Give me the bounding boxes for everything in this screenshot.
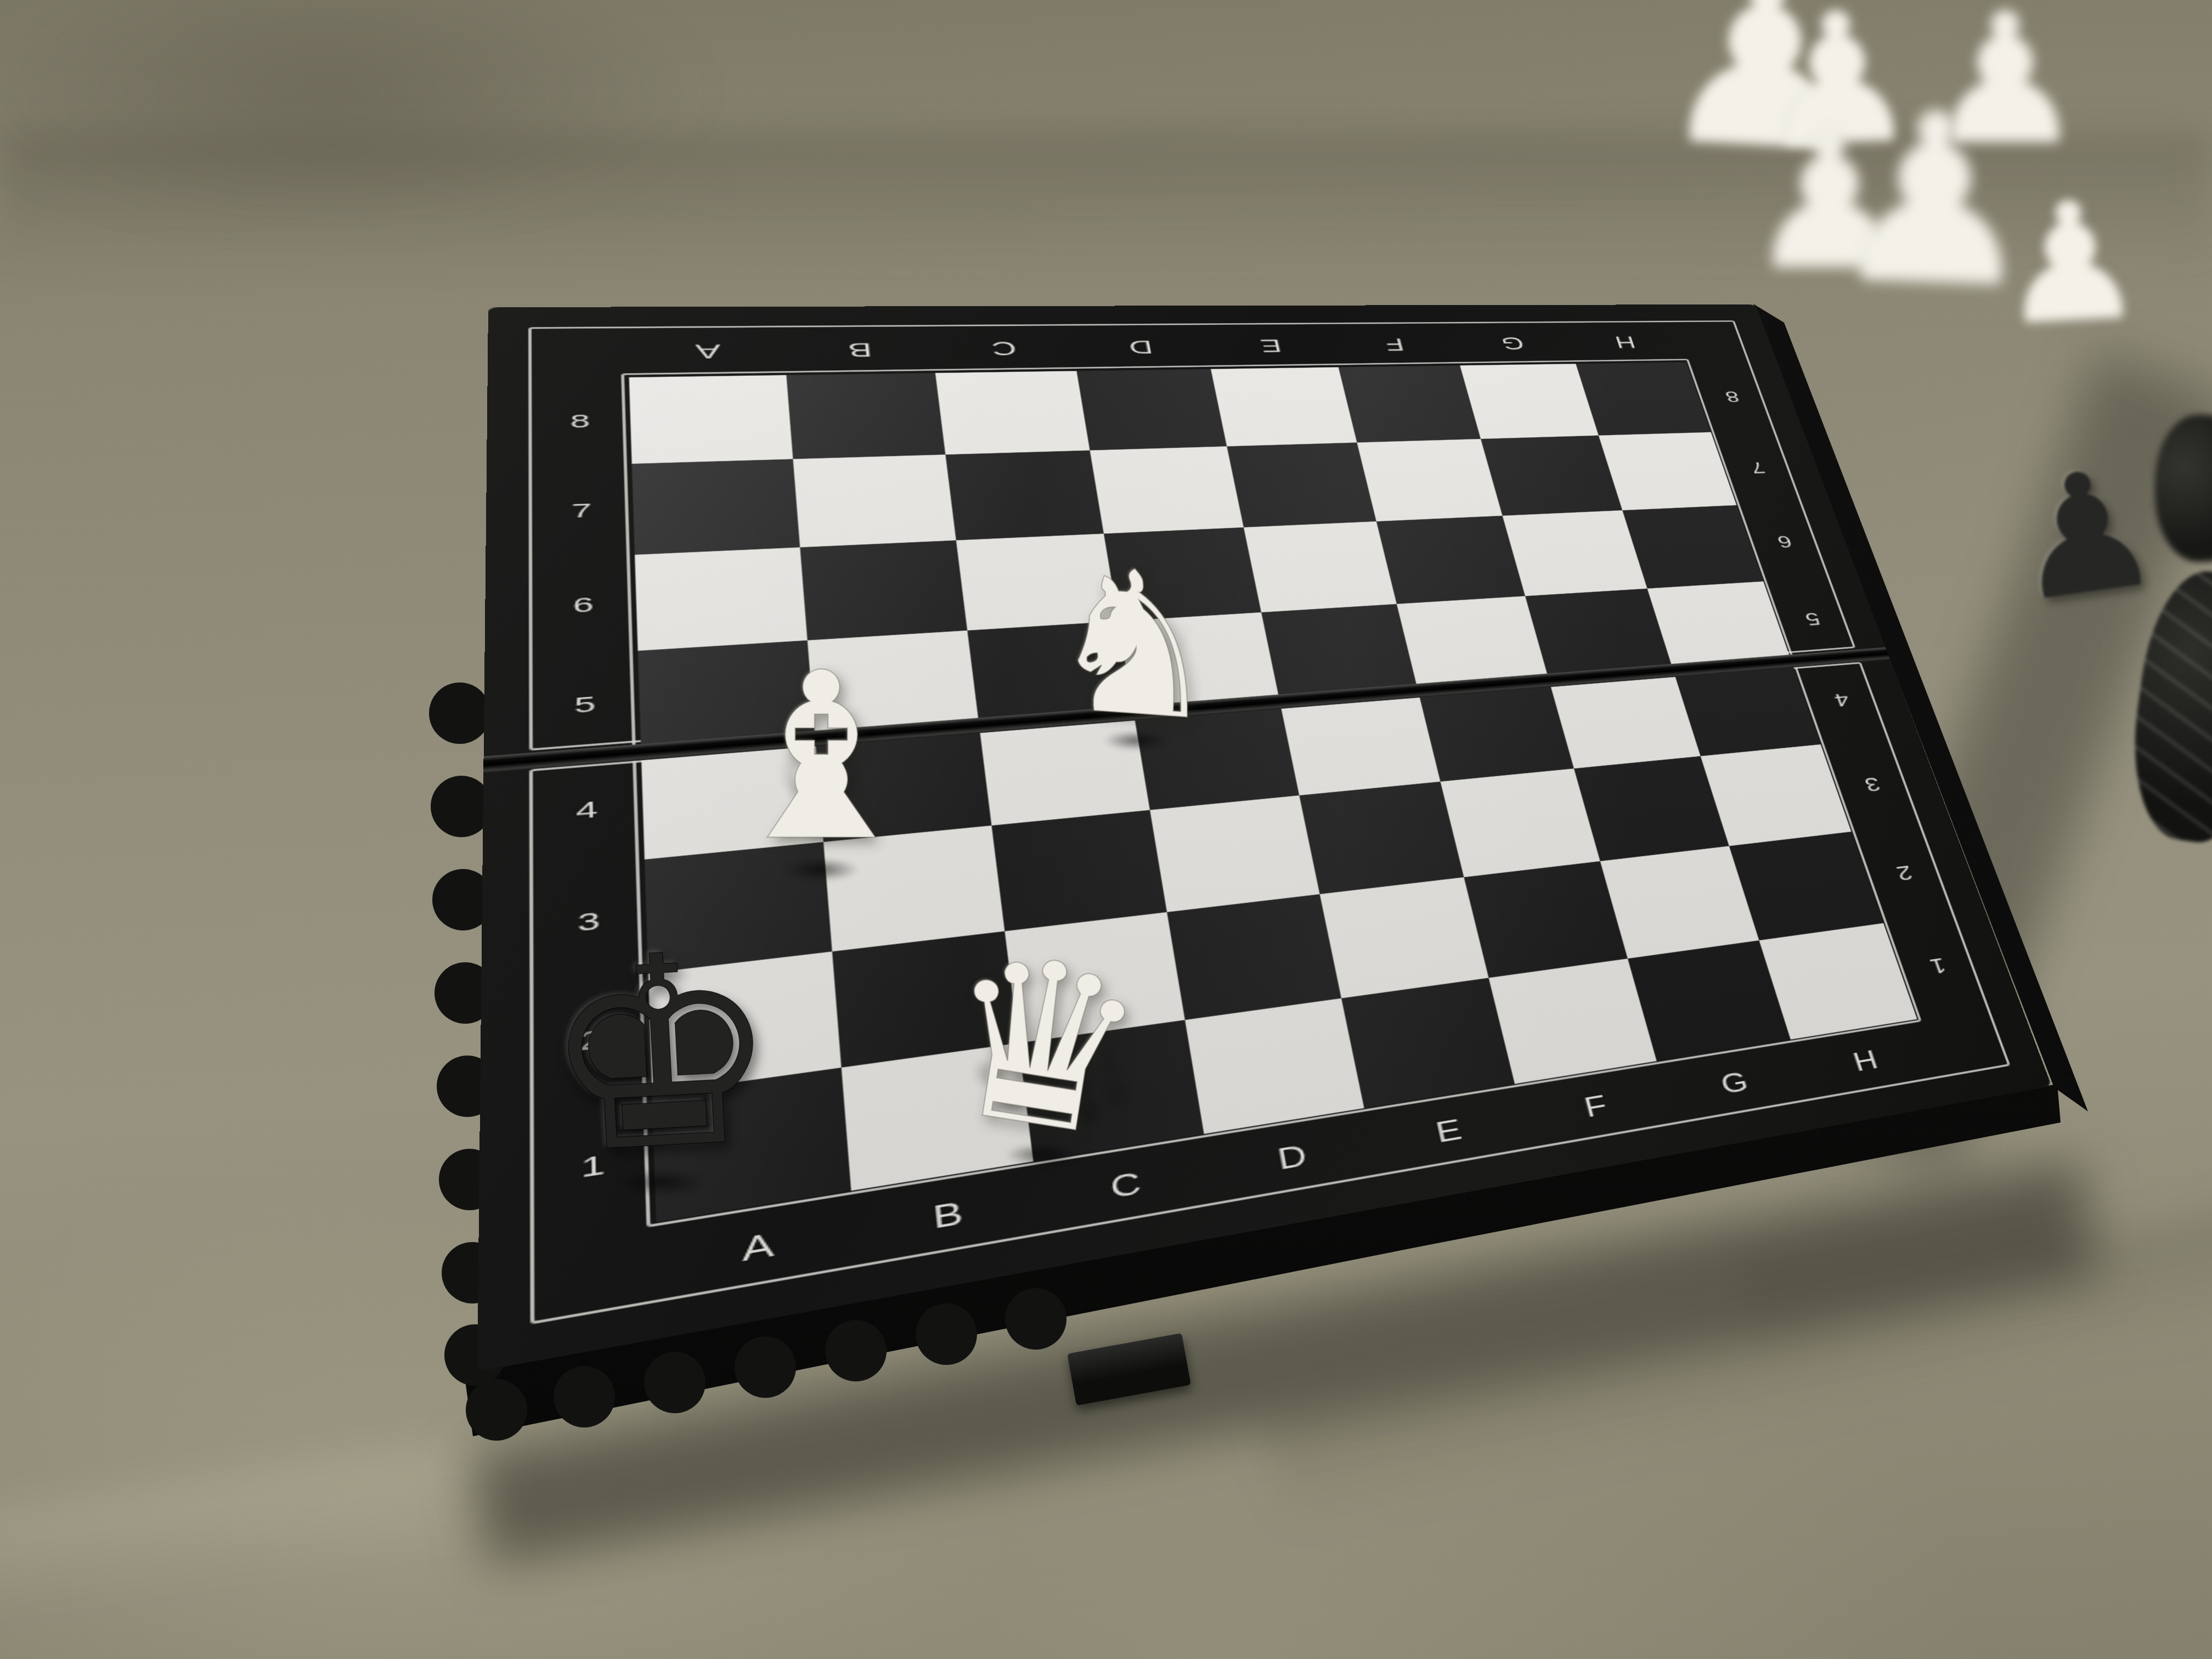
- file-label-top-h: H: [1612, 332, 1638, 352]
- rank-label-right-6: 6: [1774, 531, 1794, 551]
- photo-stage: AA88BB77CC66DD55EE44FF33GG22HH11 ♚♚♛♛♝♝♞…: [0, 0, 2212, 1659]
- square-f1[interactable]: [1489, 958, 1657, 1084]
- square-f8[interactable]: [1339, 365, 1481, 443]
- rim-bump: [825, 1320, 887, 1381]
- square-g8[interactable]: [1460, 364, 1599, 439]
- rank-label-left-8: 8: [570, 410, 590, 432]
- file-label-bottom-g: G: [1717, 1065, 1752, 1099]
- rank-label-right-2: 2: [1893, 860, 1915, 884]
- rank-label-right-4: 4: [1831, 688, 1852, 710]
- square-a7[interactable]: [632, 459, 800, 555]
- offboard-white-piece-6[interactable]: ♟: [1993, 177, 2149, 349]
- case-latch: [1067, 1333, 1191, 1406]
- square-b7[interactable]: [793, 455, 956, 548]
- file-label-bottom-a: A: [741, 1225, 775, 1268]
- piece-white-knight-d4[interactable]: ♞: [1040, 540, 1231, 750]
- file-label-top-f: F: [1383, 334, 1406, 354]
- rank-label-right-5: 5: [1802, 608, 1822, 629]
- file-label-top-e: E: [1257, 335, 1283, 356]
- file-label-top-d: D: [1126, 336, 1154, 358]
- rim-bump: [429, 682, 490, 744]
- square-d1[interactable]: [1185, 998, 1364, 1134]
- square-h8[interactable]: [1576, 362, 1711, 436]
- offboard-white-piece-5[interactable]: ♟: [1924, 0, 2086, 170]
- rank-label-right-8: 8: [1722, 387, 1741, 405]
- square-f7[interactable]: [1357, 439, 1502, 521]
- rank-label-left-4: 4: [575, 795, 598, 825]
- rank-label-left-7: 7: [571, 499, 592, 523]
- file-label-bottom-f: F: [1581, 1088, 1610, 1122]
- piece-white-queen-c1[interactable]: ♛: [925, 919, 1159, 1172]
- square-e5[interactable]: [1261, 604, 1418, 702]
- square-d2[interactable]: [1167, 894, 1341, 1020]
- square-e2[interactable]: [1320, 877, 1489, 998]
- square-f4[interactable]: [1418, 680, 1574, 782]
- rim-bump: [466, 1379, 527, 1441]
- square-e7[interactable]: [1227, 443, 1376, 528]
- square-e6[interactable]: [1244, 521, 1397, 612]
- rank-label-left-5: 5: [574, 691, 596, 719]
- rim-bump: [644, 1352, 706, 1413]
- file-label-top-g: G: [1498, 333, 1526, 353]
- piece-white-bishop-b3[interactable]: ♝: [718, 642, 925, 873]
- chess-board: AA88BB77CC66DD55EE44FF33GG22HH11: [477, 304, 2052, 1372]
- square-d7[interactable]: [1090, 447, 1244, 534]
- file-label-bottom-h: H: [1849, 1044, 1881, 1076]
- square-e8[interactable]: [1211, 367, 1357, 446]
- rank-label-left-6: 6: [572, 592, 594, 618]
- fabric-fold: [0, 0, 713, 230]
- square-g6[interactable]: [1503, 510, 1647, 596]
- square-g7[interactable]: [1481, 436, 1622, 516]
- square-e1[interactable]: [1341, 978, 1515, 1108]
- rim-bump: [1005, 1288, 1066, 1350]
- file-label-top-c: C: [990, 337, 1018, 359]
- file-label-top-a: A: [694, 340, 720, 363]
- rim-bump: [916, 1304, 977, 1365]
- square-c8[interactable]: [935, 371, 1090, 454]
- square-d8[interactable]: [1076, 369, 1227, 450]
- square-f2[interactable]: [1464, 861, 1628, 978]
- partial-black-piece: [2155, 415, 2212, 562]
- file-label-top-b: B: [846, 338, 872, 361]
- offboard-black-pawn[interactable]: ♟: [2000, 443, 2169, 627]
- square-e4[interactable]: [1280, 691, 1441, 795]
- rim-bump: [554, 1366, 615, 1427]
- square-b8[interactable]: [786, 373, 945, 459]
- fabric-fold: [1261, 1199, 2212, 1533]
- piece-black-king-a1[interactable]: ♚: [537, 916, 786, 1192]
- square-f3[interactable]: [1440, 769, 1600, 877]
- square-e3[interactable]: [1299, 782, 1464, 894]
- rank-label-right-1: 1: [1926, 952, 1949, 978]
- square-h5[interactable]: [1647, 582, 1792, 670]
- square-a8[interactable]: [629, 375, 793, 464]
- coordinate-labels: AA88BB77CC66DD55EE44FF33GG22HH11: [488, 304, 1756, 307]
- file-label-bottom-e: E: [1432, 1112, 1464, 1148]
- square-d3[interactable]: [1150, 795, 1320, 912]
- square-h6[interactable]: [1622, 505, 1763, 589]
- square-f5[interactable]: [1397, 596, 1549, 691]
- square-h7[interactable]: [1599, 432, 1737, 510]
- square-g5[interactable]: [1525, 589, 1673, 680]
- file-label-bottom-b: B: [931, 1194, 964, 1235]
- square-f6[interactable]: [1376, 516, 1525, 604]
- rank-label-right-3: 3: [1861, 772, 1883, 795]
- rank-label-right-7: 7: [1747, 458, 1767, 476]
- file-label-bottom-d: D: [1275, 1138, 1310, 1176]
- fabric-fold: [0, 1265, 1756, 1655]
- rim-bump: [735, 1336, 796, 1398]
